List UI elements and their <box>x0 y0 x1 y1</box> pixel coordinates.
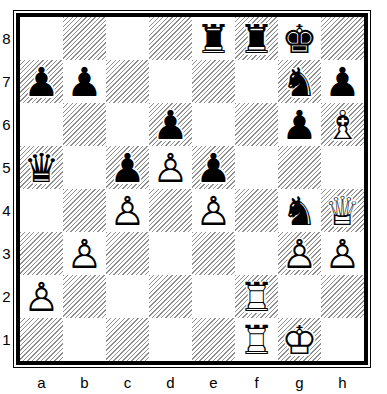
square-f4 <box>235 189 278 232</box>
white-pawn-silhouette: ♟ <box>321 232 364 275</box>
black-pawn-d6: ♟ <box>149 103 192 146</box>
board-frame: ♜♜♜♜♚♚♟♟♟♟♞♞♟♟♟♟♟♟♝♗♛♛♟♟♟♙♟♟♟♙♟♙♞♞♛♕♟♙♟♙… <box>13 10 371 368</box>
square-e4: ♟♙ <box>192 189 235 232</box>
square-h4: ♛♕ <box>321 189 364 232</box>
square-f5 <box>235 146 278 189</box>
square-d1 <box>149 318 192 361</box>
square-c5: ♟♟ <box>106 146 149 189</box>
white-pawn-g3: ♙ <box>278 232 321 275</box>
square-e5: ♟♟ <box>192 146 235 189</box>
rank-label-6: 6 <box>0 103 13 146</box>
black-queen-a5: ♛ <box>20 146 63 189</box>
square-a4 <box>20 189 63 232</box>
file-label-e: e <box>192 373 235 391</box>
white-king-g1: ♔ <box>278 318 321 361</box>
square-c2 <box>106 275 149 318</box>
square-f1: ♜♖ <box>235 318 278 361</box>
square-f3 <box>235 232 278 275</box>
square-b4 <box>63 189 106 232</box>
black-pawn-silhouette: ♟ <box>63 60 106 103</box>
square-h2 <box>321 275 364 318</box>
black-rook-f8: ♜ <box>235 17 278 60</box>
square-e6 <box>192 103 235 146</box>
rank-label-7: 7 <box>0 60 13 103</box>
rank-label-2: 2 <box>0 275 13 318</box>
black-pawn-c5: ♟ <box>106 146 149 189</box>
square-f2: ♜♖ <box>235 275 278 318</box>
black-pawn-g6: ♟ <box>278 103 321 146</box>
white-pawn-silhouette: ♟ <box>278 232 321 275</box>
square-g1: ♚♔ <box>278 318 321 361</box>
white-pawn-h3: ♙ <box>321 232 364 275</box>
square-e8: ♜♜ <box>192 17 235 60</box>
white-rook-silhouette: ♜ <box>235 318 278 361</box>
square-h1 <box>321 318 364 361</box>
white-bishop-silhouette: ♝ <box>321 103 364 146</box>
rank-label-3: 3 <box>0 232 13 275</box>
white-pawn-silhouette: ♟ <box>20 275 63 318</box>
rank-label-8: 8 <box>0 17 13 60</box>
square-h8 <box>321 17 364 60</box>
square-d3 <box>149 232 192 275</box>
black-pawn-h7: ♟ <box>321 60 364 103</box>
square-c1 <box>106 318 149 361</box>
black-rook-e8: ♜ <box>192 17 235 60</box>
square-c8 <box>106 17 149 60</box>
square-h5 <box>321 146 364 189</box>
white-queen-silhouette: ♛ <box>321 189 364 232</box>
square-d6: ♟♟ <box>149 103 192 146</box>
square-d8 <box>149 17 192 60</box>
square-c7 <box>106 60 149 103</box>
white-pawn-b3: ♙ <box>63 232 106 275</box>
square-c3 <box>106 232 149 275</box>
chess-diagram: 87654321 ♜♜♜♜♚♚♟♟♟♟♞♞♟♟♟♟♟♟♝♗♛♛♟♟♟♙♟♟♟♙♟… <box>0 0 387 394</box>
square-d7 <box>149 60 192 103</box>
file-label-a: a <box>20 373 63 391</box>
file-label-h: h <box>321 373 364 391</box>
black-king-g8: ♚ <box>278 17 321 60</box>
square-b5 <box>63 146 106 189</box>
black-pawn-b7: ♟ <box>63 60 106 103</box>
black-pawn-silhouette: ♟ <box>20 60 63 103</box>
square-g3: ♟♙ <box>278 232 321 275</box>
white-rook-f2: ♖ <box>235 275 278 318</box>
square-a2: ♟♙ <box>20 275 63 318</box>
white-queen-h4: ♕ <box>321 189 364 232</box>
square-d2 <box>149 275 192 318</box>
white-pawn-a2: ♙ <box>20 275 63 318</box>
square-c4: ♟♙ <box>106 189 149 232</box>
square-e3 <box>192 232 235 275</box>
rank-label-5: 5 <box>0 146 13 189</box>
black-pawn-silhouette: ♟ <box>192 146 235 189</box>
square-g7: ♞♞ <box>278 60 321 103</box>
square-f7 <box>235 60 278 103</box>
square-f6 <box>235 103 278 146</box>
white-bishop-h6: ♗ <box>321 103 364 146</box>
file-label-b: b <box>63 373 106 391</box>
black-pawn-a7: ♟ <box>20 60 63 103</box>
black-rook-silhouette: ♜ <box>235 17 278 60</box>
file-label-d: d <box>149 373 192 391</box>
square-b6 <box>63 103 106 146</box>
square-a5: ♛♛ <box>20 146 63 189</box>
black-rook-silhouette: ♜ <box>192 17 235 60</box>
white-pawn-silhouette: ♟ <box>149 146 192 189</box>
black-pawn-silhouette: ♟ <box>149 103 192 146</box>
square-b7: ♟♟ <box>63 60 106 103</box>
rank-label-1: 1 <box>0 318 13 361</box>
black-pawn-silhouette: ♟ <box>278 103 321 146</box>
black-knight-g4: ♞ <box>278 189 321 232</box>
white-pawn-e4: ♙ <box>192 189 235 232</box>
square-a1 <box>20 318 63 361</box>
black-king-silhouette: ♚ <box>278 17 321 60</box>
white-king-silhouette: ♚ <box>278 318 321 361</box>
white-rook-silhouette: ♜ <box>235 275 278 318</box>
square-g5 <box>278 146 321 189</box>
square-g6: ♟♟ <box>278 103 321 146</box>
black-pawn-e5: ♟ <box>192 146 235 189</box>
square-e2 <box>192 275 235 318</box>
file-label-g: g <box>278 373 321 391</box>
white-pawn-silhouette: ♟ <box>106 189 149 232</box>
file-label-c: c <box>106 373 149 391</box>
chess-board: ♜♜♜♜♚♚♟♟♟♟♞♞♟♟♟♟♟♟♝♗♛♛♟♟♟♙♟♟♟♙♟♙♞♞♛♕♟♙♟♙… <box>20 17 364 361</box>
square-f8: ♜♜ <box>235 17 278 60</box>
white-pawn-silhouette: ♟ <box>63 232 106 275</box>
square-h7: ♟♟ <box>321 60 364 103</box>
white-rook-f1: ♖ <box>235 318 278 361</box>
white-pawn-silhouette: ♟ <box>192 189 235 232</box>
black-knight-g7: ♞ <box>278 60 321 103</box>
square-h6: ♝♗ <box>321 103 364 146</box>
square-g8: ♚♚ <box>278 17 321 60</box>
black-queen-silhouette: ♛ <box>20 146 63 189</box>
square-b2 <box>63 275 106 318</box>
square-g4: ♞♞ <box>278 189 321 232</box>
black-knight-silhouette: ♞ <box>278 189 321 232</box>
square-a8 <box>20 17 63 60</box>
rank-label-4: 4 <box>0 189 13 232</box>
black-knight-silhouette: ♞ <box>278 60 321 103</box>
square-c6 <box>106 103 149 146</box>
square-b8 <box>63 17 106 60</box>
black-pawn-silhouette: ♟ <box>321 60 364 103</box>
square-b1 <box>63 318 106 361</box>
square-d5: ♟♙ <box>149 146 192 189</box>
square-e7 <box>192 60 235 103</box>
square-d4 <box>149 189 192 232</box>
square-a7: ♟♟ <box>20 60 63 103</box>
square-g2 <box>278 275 321 318</box>
white-pawn-c4: ♙ <box>106 189 149 232</box>
square-a3 <box>20 232 63 275</box>
square-b3: ♟♙ <box>63 232 106 275</box>
square-a6 <box>20 103 63 146</box>
white-pawn-d5: ♙ <box>149 146 192 189</box>
board-frame-inner: ♜♜♜♜♚♚♟♟♟♟♞♞♟♟♟♟♟♟♝♗♛♛♟♟♟♙♟♟♟♙♟♙♞♞♛♕♟♙♟♙… <box>16 13 368 365</box>
square-h3: ♟♙ <box>321 232 364 275</box>
file-label-f: f <box>235 373 278 391</box>
black-pawn-silhouette: ♟ <box>106 146 149 189</box>
square-e1 <box>192 318 235 361</box>
